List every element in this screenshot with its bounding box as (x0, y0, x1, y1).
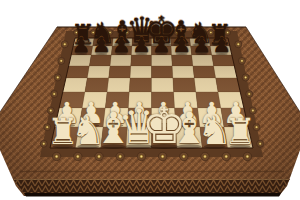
brass-pin (246, 155, 250, 159)
brass-pin (60, 59, 63, 62)
square-d5[interactable] (130, 66, 151, 78)
square-b5[interactable] (87, 66, 110, 78)
brass-pin (224, 155, 228, 159)
piece-black-pawn-a7[interactable]: ♟ (72, 35, 91, 56)
square-f5[interactable] (172, 66, 194, 78)
brass-pin (42, 142, 45, 145)
brass-pin (53, 93, 56, 96)
brass-pin (240, 59, 243, 62)
square-g4[interactable] (194, 78, 218, 92)
square-a5[interactable] (66, 66, 89, 78)
brass-pin (259, 142, 262, 145)
brass-pin (63, 43, 66, 46)
brass-pin (55, 155, 59, 159)
piece-black-pawn-g7[interactable]: ♟ (192, 35, 211, 56)
square-a4[interactable] (63, 78, 88, 92)
square-d4[interactable] (129, 78, 151, 92)
piece-black-pawn-c7[interactable]: ♟ (112, 35, 131, 56)
square-c4[interactable] (107, 78, 130, 92)
brass-pin (203, 155, 207, 159)
brass-pin (140, 155, 144, 159)
square-f4[interactable] (173, 78, 196, 92)
square-h5[interactable] (214, 66, 237, 78)
brass-pin (244, 76, 247, 79)
square-e5[interactable] (152, 66, 173, 78)
square-b4[interactable] (85, 78, 109, 92)
piece-black-pawn-b7[interactable]: ♟ (92, 35, 111, 56)
brass-pin (161, 155, 165, 159)
brass-pin (56, 76, 59, 79)
square-h4[interactable] (216, 78, 241, 92)
chess-set-photo: ♜♞♝♛♚♝♞♜♟♟♟♟♟♟♟♟♟♟♟♟♟♟♟♟♜♞♝♛♚♝♞♜ (0, 0, 300, 200)
piece-black-pawn-h7[interactable]: ♟ (212, 35, 231, 56)
piece-black-pawn-f7[interactable]: ♟ (172, 35, 191, 56)
piece-black-pawn-e7[interactable]: ♟ (152, 35, 171, 56)
piece-black-pawn-d7[interactable]: ♟ (132, 35, 151, 56)
box-bottom-shadow (24, 193, 281, 197)
brass-pin (118, 155, 122, 159)
piece-white-rook-h1[interactable]: ♜ (224, 114, 256, 150)
front-carved-band (13, 179, 290, 193)
brass-pin (97, 155, 101, 159)
square-c5[interactable] (109, 66, 131, 78)
brass-pin (76, 155, 80, 159)
brass-pin (182, 155, 186, 159)
brass-pin (248, 93, 251, 96)
square-e4[interactable] (152, 78, 174, 92)
brass-pin (237, 43, 240, 46)
square-g5[interactable] (193, 66, 216, 78)
